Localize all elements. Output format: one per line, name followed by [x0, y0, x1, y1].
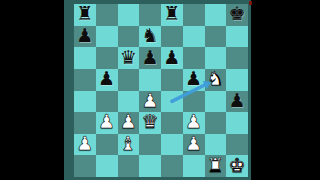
piece-white-king[interactable]: ♚: [229, 156, 246, 175]
square-f7[interactable]: [183, 26, 205, 48]
square-f4[interactable]: [183, 91, 205, 113]
chess-board: ♜♜♚♟♞♛♟♟♟♟♞♟♟♟♟♛♟♟♝♟♜♚: [64, 0, 251, 180]
square-d3[interactable]: ♛: [139, 112, 161, 134]
square-g3[interactable]: [205, 112, 227, 134]
square-e5[interactable]: [161, 69, 183, 91]
square-h6[interactable]: [226, 47, 248, 69]
piece-white-bishop[interactable]: ♝: [120, 134, 137, 153]
square-f6[interactable]: [183, 47, 205, 69]
square-g2[interactable]: [205, 134, 227, 156]
piece-white-pawn[interactable]: ♟: [142, 91, 159, 110]
square-b8[interactable]: [96, 4, 118, 26]
piece-black-rook[interactable]: ♜: [163, 4, 180, 23]
square-g6[interactable]: [205, 47, 227, 69]
square-a5[interactable]: [74, 69, 96, 91]
square-c1[interactable]: [118, 155, 140, 177]
square-a1[interactable]: [74, 155, 96, 177]
piece-white-queen[interactable]: ♛: [142, 112, 159, 131]
piece-black-pawn[interactable]: ♟: [185, 69, 202, 88]
square-b3[interactable]: ♟: [96, 112, 118, 134]
square-e4[interactable]: [161, 91, 183, 113]
square-e1[interactable]: [161, 155, 183, 177]
square-b5[interactable]: ♟: [96, 69, 118, 91]
square-c2[interactable]: ♝: [118, 134, 140, 156]
square-b6[interactable]: [96, 47, 118, 69]
square-a7[interactable]: ♟: [74, 26, 96, 48]
square-h3[interactable]: [226, 112, 248, 134]
piece-black-pawn[interactable]: ♟: [229, 91, 246, 110]
square-d4[interactable]: ♟: [139, 91, 161, 113]
piece-black-king[interactable]: ♚: [229, 4, 246, 23]
square-b7[interactable]: [96, 26, 118, 48]
square-h4[interactable]: ♟: [226, 91, 248, 113]
piece-white-knight[interactable]: ♞: [207, 69, 224, 88]
square-b1[interactable]: [96, 155, 118, 177]
square-h2[interactable]: [226, 134, 248, 156]
piece-white-pawn[interactable]: ♟: [76, 134, 93, 153]
square-h7[interactable]: [226, 26, 248, 48]
square-e6[interactable]: ♟: [161, 47, 183, 69]
square-c5[interactable]: [118, 69, 140, 91]
square-d6[interactable]: ♟: [139, 47, 161, 69]
square-c4[interactable]: [118, 91, 140, 113]
piece-black-knight[interactable]: ♞: [142, 26, 159, 45]
corner-artifact-dot: [249, 1, 252, 5]
square-d5[interactable]: [139, 69, 161, 91]
square-d7[interactable]: ♞: [139, 26, 161, 48]
square-g1[interactable]: ♜: [205, 155, 227, 177]
square-b4[interactable]: [96, 91, 118, 113]
square-c6[interactable]: ♛: [118, 47, 140, 69]
square-d8[interactable]: [139, 4, 161, 26]
screenshot-background: ♜♜♚♟♞♛♟♟♟♟♞♟♟♟♟♛♟♟♝♟♜♚: [0, 0, 320, 180]
square-e8[interactable]: ♜: [161, 4, 183, 26]
piece-white-pawn[interactable]: ♟: [98, 112, 115, 131]
square-f3[interactable]: ♟: [183, 112, 205, 134]
square-d2[interactable]: [139, 134, 161, 156]
square-a8[interactable]: ♜: [74, 4, 96, 26]
square-f8[interactable]: [183, 4, 205, 26]
square-a3[interactable]: [74, 112, 96, 134]
square-e3[interactable]: [161, 112, 183, 134]
square-c3[interactable]: ♟: [118, 112, 140, 134]
piece-white-pawn[interactable]: ♟: [185, 134, 202, 153]
piece-black-pawn[interactable]: ♟: [163, 48, 180, 67]
square-f2[interactable]: ♟: [183, 134, 205, 156]
square-f5[interactable]: ♟: [183, 69, 205, 91]
piece-white-rook[interactable]: ♜: [207, 156, 224, 175]
square-h1[interactable]: ♚: [226, 155, 248, 177]
square-c7[interactable]: [118, 26, 140, 48]
piece-white-pawn[interactable]: ♟: [120, 112, 137, 131]
piece-black-pawn[interactable]: ♟: [98, 69, 115, 88]
square-h5[interactable]: [226, 69, 248, 91]
square-f1[interactable]: [183, 155, 205, 177]
square-h8[interactable]: ♚: [226, 4, 248, 26]
piece-black-queen[interactable]: ♛: [120, 48, 137, 67]
piece-black-pawn[interactable]: ♟: [142, 48, 159, 67]
square-d1[interactable]: [139, 155, 161, 177]
square-b2[interactable]: [96, 134, 118, 156]
square-c8[interactable]: [118, 4, 140, 26]
square-e7[interactable]: [161, 26, 183, 48]
square-g5[interactable]: ♞: [205, 69, 227, 91]
square-e2[interactable]: [161, 134, 183, 156]
piece-black-rook[interactable]: ♜: [76, 4, 93, 23]
square-g4[interactable]: [205, 91, 227, 113]
square-a4[interactable]: [74, 91, 96, 113]
square-g8[interactable]: [205, 4, 227, 26]
square-g7[interactable]: [205, 26, 227, 48]
piece-black-pawn[interactable]: ♟: [76, 26, 93, 45]
board-grid: ♜♜♚♟♞♛♟♟♟♟♞♟♟♟♟♛♟♟♝♟♜♚: [74, 4, 248, 177]
piece-white-pawn[interactable]: ♟: [185, 112, 202, 131]
square-a2[interactable]: ♟: [74, 134, 96, 156]
square-a6[interactable]: [74, 47, 96, 69]
